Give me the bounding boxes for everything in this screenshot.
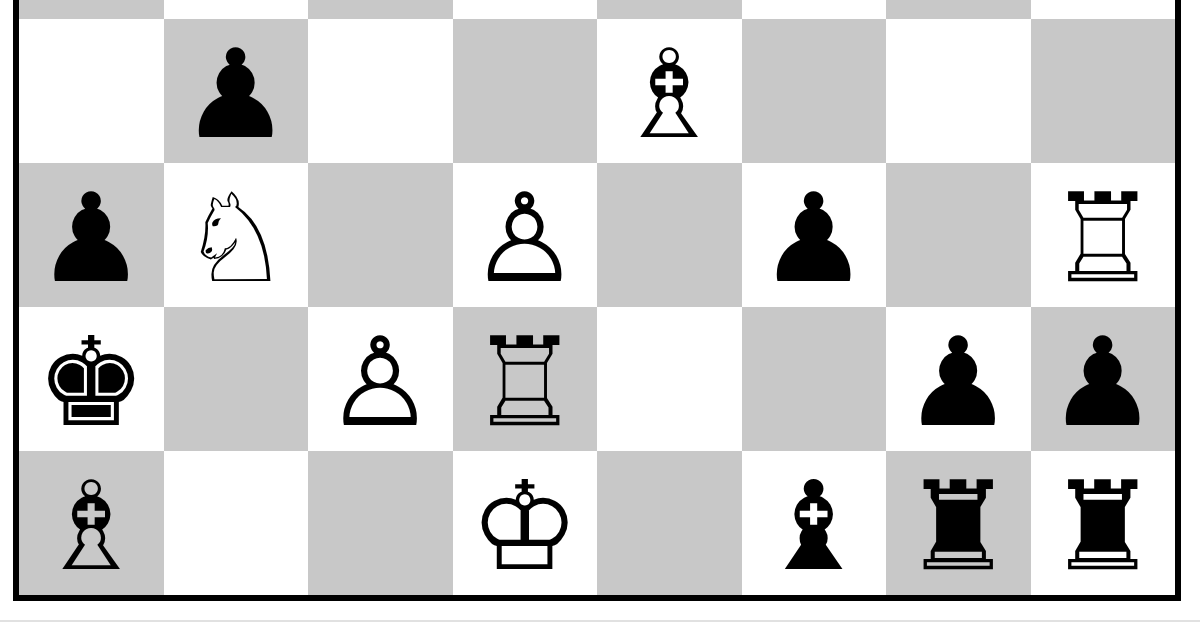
- square-b2[interactable]: [164, 307, 309, 451]
- square-d4[interactable]: [453, 19, 598, 163]
- piece-white-knight[interactable]: ♘: [181, 177, 291, 300]
- piece-white-pawn[interactable]: ♙: [470, 177, 580, 300]
- square-b3[interactable]: ♘: [164, 163, 309, 307]
- square-d3[interactable]: ♙: [453, 163, 598, 307]
- square-e2[interactable]: [597, 307, 742, 451]
- bottom-divider-line: [0, 620, 1200, 622]
- square-a3[interactable]: ♟: [19, 163, 164, 307]
- chess-board: ♟♗♟♘♙♟♖♚♙♖♟♟♗♔♝♜♜: [13, 0, 1181, 601]
- square-c1[interactable]: [308, 451, 453, 595]
- square-c4[interactable]: [308, 19, 453, 163]
- piece-black-bishop[interactable]: ♝: [759, 465, 869, 588]
- square-e5[interactable]: [597, 0, 742, 19]
- square-a2[interactable]: ♚: [19, 307, 164, 451]
- square-e4[interactable]: ♗: [597, 19, 742, 163]
- piece-white-rook[interactable]: ♖: [1048, 177, 1158, 300]
- piece-white-pawn[interactable]: ♙: [325, 321, 435, 444]
- square-d2[interactable]: ♖: [453, 307, 598, 451]
- square-g1[interactable]: ♜: [886, 451, 1031, 595]
- piece-black-pawn[interactable]: ♟: [759, 177, 869, 300]
- square-g4[interactable]: [886, 19, 1031, 163]
- square-g5[interactable]: [886, 0, 1031, 19]
- piece-black-pawn[interactable]: ♟: [903, 321, 1013, 444]
- piece-black-king[interactable]: ♚: [36, 321, 146, 444]
- square-d1[interactable]: ♔: [453, 451, 598, 595]
- piece-black-pawn[interactable]: ♟: [181, 33, 291, 156]
- piece-white-bishop[interactable]: ♗: [36, 465, 146, 588]
- square-f3[interactable]: ♟: [742, 163, 887, 307]
- piece-white-bishop[interactable]: ♗: [614, 33, 724, 156]
- square-b1[interactable]: [164, 451, 309, 595]
- square-a4[interactable]: [19, 19, 164, 163]
- square-d5[interactable]: [453, 0, 598, 19]
- square-e1[interactable]: [597, 451, 742, 595]
- square-h5[interactable]: [1031, 0, 1176, 19]
- square-b5[interactable]: [164, 0, 309, 19]
- square-g2[interactable]: ♟: [886, 307, 1031, 451]
- square-a5[interactable]: [19, 0, 164, 19]
- square-h4[interactable]: [1031, 19, 1176, 163]
- piece-black-pawn[interactable]: ♟: [36, 177, 146, 300]
- square-f4[interactable]: [742, 19, 887, 163]
- piece-white-king[interactable]: ♔: [470, 465, 580, 588]
- square-g3[interactable]: [886, 163, 1031, 307]
- piece-black-pawn[interactable]: ♟: [1048, 321, 1158, 444]
- square-a1[interactable]: ♗: [19, 451, 164, 595]
- square-c3[interactable]: [308, 163, 453, 307]
- piece-black-rook[interactable]: ♜: [1048, 465, 1158, 588]
- square-f2[interactable]: [742, 307, 887, 451]
- square-h1[interactable]: ♜: [1031, 451, 1176, 595]
- square-f5[interactable]: [742, 0, 887, 19]
- square-h2[interactable]: ♟: [1031, 307, 1176, 451]
- square-h3[interactable]: ♖: [1031, 163, 1176, 307]
- square-e3[interactable]: [597, 163, 742, 307]
- square-b4[interactable]: ♟: [164, 19, 309, 163]
- square-f1[interactable]: ♝: [742, 451, 887, 595]
- square-c2[interactable]: ♙: [308, 307, 453, 451]
- square-c5[interactable]: [308, 0, 453, 19]
- piece-white-rook[interactable]: ♖: [470, 321, 580, 444]
- piece-black-rook[interactable]: ♜: [903, 465, 1013, 588]
